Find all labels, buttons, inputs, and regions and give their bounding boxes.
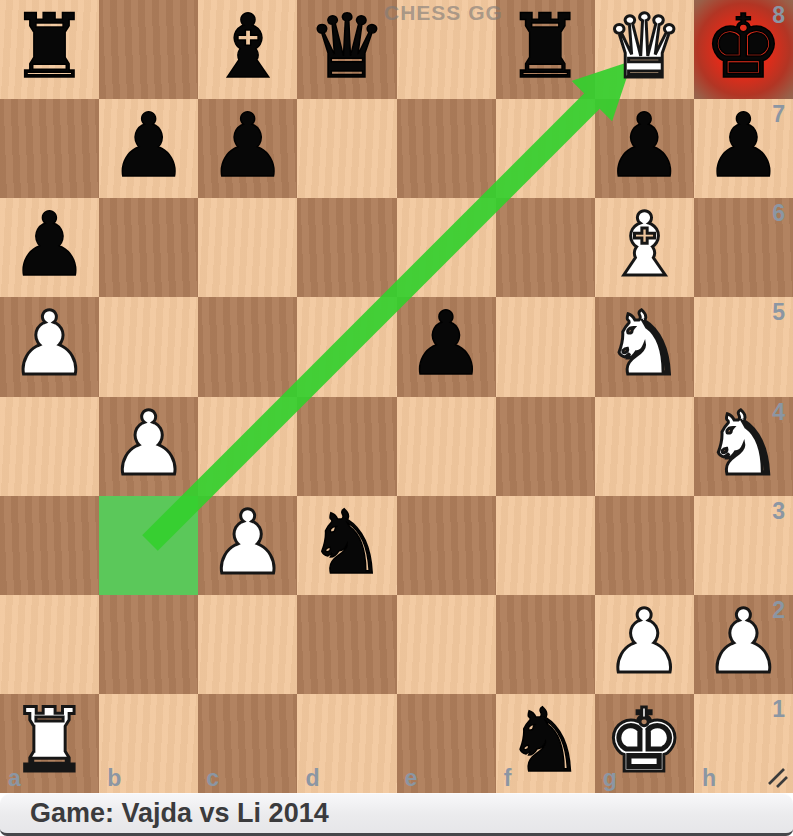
square-c2[interactable] bbox=[198, 595, 297, 694]
watermark: CHESS GG bbox=[384, 1, 503, 25]
square-e2[interactable] bbox=[397, 595, 496, 694]
square-b6[interactable] bbox=[99, 198, 198, 297]
piece-black-pawn-c7[interactable]: ♟ bbox=[198, 99, 297, 198]
square-e6[interactable] bbox=[397, 198, 496, 297]
piece-white-pawn-h2[interactable]: ♟ bbox=[694, 595, 793, 694]
square-f2[interactable] bbox=[496, 595, 595, 694]
resize-handle-icon[interactable] bbox=[763, 763, 789, 789]
square-e7[interactable] bbox=[397, 99, 496, 198]
rank-label-3: 3 bbox=[772, 500, 785, 523]
piece-white-pawn-c3[interactable]: ♟ bbox=[198, 496, 297, 595]
square-a2[interactable] bbox=[0, 595, 99, 694]
square-d4[interactable] bbox=[297, 397, 396, 496]
piece-black-pawn-g7[interactable]: ♟ bbox=[595, 99, 694, 198]
piece-white-queen-g8[interactable]: ♛ bbox=[595, 0, 694, 99]
piece-black-knight-f1[interactable]: ♞ bbox=[496, 694, 595, 793]
piece-black-pawn-b7[interactable]: ♟ bbox=[99, 99, 198, 198]
piece-black-bishop-c8[interactable]: ♝ bbox=[198, 0, 297, 99]
square-c5[interactable] bbox=[198, 297, 297, 396]
square-g3[interactable] bbox=[595, 496, 694, 595]
piece-white-pawn-b4[interactable]: ♟ bbox=[99, 397, 198, 496]
square-d7[interactable] bbox=[297, 99, 396, 198]
piece-black-queen-d8[interactable]: ♛ bbox=[297, 0, 396, 99]
square-d5[interactable] bbox=[297, 297, 396, 396]
piece-black-pawn-h7[interactable]: ♟ bbox=[694, 99, 793, 198]
game-caption: Game: Vajda vs Li 2014 bbox=[30, 800, 329, 827]
square-b5[interactable] bbox=[99, 297, 198, 396]
file-label-c: c bbox=[206, 767, 219, 790]
rank-label-5: 5 bbox=[772, 301, 785, 324]
square-f7[interactable] bbox=[496, 99, 595, 198]
piece-white-pawn-g2[interactable]: ♟ bbox=[595, 595, 694, 694]
square-c4[interactable] bbox=[198, 397, 297, 496]
square-b8[interactable] bbox=[99, 0, 198, 99]
piece-black-knight-d3[interactable]: ♞ bbox=[297, 496, 396, 595]
piece-black-rook-a8[interactable]: ♜ bbox=[0, 0, 99, 99]
caption-bar: Game: Vajda vs Li 2014 bbox=[0, 793, 793, 836]
square-b2[interactable] bbox=[99, 595, 198, 694]
square-h6[interactable]: 6 bbox=[694, 198, 793, 297]
square-c6[interactable] bbox=[198, 198, 297, 297]
square-b1[interactable]: b bbox=[99, 694, 198, 793]
piece-black-pawn-e5[interactable]: ♟ bbox=[397, 297, 496, 396]
file-label-d: d bbox=[305, 767, 319, 790]
square-f3[interactable] bbox=[496, 496, 595, 595]
rank-label-1: 1 bbox=[772, 698, 785, 721]
piece-black-pawn-a6[interactable]: ♟ bbox=[0, 198, 99, 297]
piece-black-king-h8[interactable]: ♚ bbox=[694, 0, 793, 99]
rank-label-6: 6 bbox=[772, 202, 785, 225]
piece-white-bishop-g6[interactable]: ♝ bbox=[595, 198, 694, 297]
square-a7[interactable] bbox=[0, 99, 99, 198]
piece-white-knight-h4[interactable]: ♞ bbox=[694, 397, 793, 496]
piece-white-pawn-a5[interactable]: ♟ bbox=[0, 297, 99, 396]
square-d2[interactable] bbox=[297, 595, 396, 694]
square-g4[interactable] bbox=[595, 397, 694, 496]
square-c1[interactable]: c bbox=[198, 694, 297, 793]
square-d1[interactable]: d bbox=[297, 694, 396, 793]
square-b3[interactable] bbox=[99, 496, 198, 595]
file-label-b: b bbox=[107, 767, 121, 790]
square-f6[interactable] bbox=[496, 198, 595, 297]
piece-white-knight-g5[interactable]: ♞ bbox=[595, 297, 694, 396]
square-f4[interactable] bbox=[496, 397, 595, 496]
square-f5[interactable] bbox=[496, 297, 595, 396]
square-e3[interactable] bbox=[397, 496, 496, 595]
square-e4[interactable] bbox=[397, 397, 496, 496]
piece-black-rook-f8[interactable]: ♜ bbox=[496, 0, 595, 99]
square-h5[interactable]: 5 bbox=[694, 297, 793, 396]
square-a4[interactable] bbox=[0, 397, 99, 496]
chess-board: 8765432abcdefg1h ♜♝♛♜♛♚♟♟♟♟♟♝♟♟♞♟♞♟♞♟♟♜♞… bbox=[0, 0, 793, 793]
piece-white-king-g1[interactable]: ♚ bbox=[595, 694, 694, 793]
square-h3[interactable]: 3 bbox=[694, 496, 793, 595]
piece-white-rook-a1[interactable]: ♜ bbox=[0, 694, 99, 793]
square-a3[interactable] bbox=[0, 496, 99, 595]
square-d6[interactable] bbox=[297, 198, 396, 297]
file-label-e: e bbox=[405, 767, 418, 790]
square-e1[interactable]: e bbox=[397, 694, 496, 793]
chess-app-window: 8765432abcdefg1h ♜♝♛♜♛♚♟♟♟♟♟♝♟♟♞♟♞♟♞♟♟♜♞… bbox=[0, 0, 793, 836]
file-label-h: h bbox=[702, 767, 716, 790]
